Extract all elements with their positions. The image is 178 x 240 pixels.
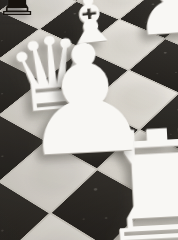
pieces-layer: ♜♝♟♛♜♟ bbox=[0, 0, 178, 240]
white-pawn: ♟ bbox=[15, 22, 157, 179]
chess-photo-scene: ♜♝♟♛♜♟ bbox=[0, 0, 178, 240]
